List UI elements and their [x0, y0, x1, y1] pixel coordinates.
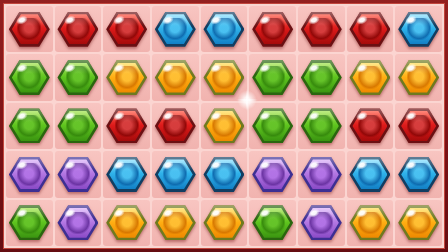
gem-sheen — [203, 108, 244, 143]
cell-r4c2[interactable] — [55, 151, 102, 197]
yellow-gem[interactable] — [203, 60, 244, 95]
gem-sheen — [398, 12, 439, 47]
yellow-gem[interactable] — [155, 205, 196, 240]
cell-r3c1[interactable] — [6, 103, 53, 149]
cell-r4c7[interactable] — [298, 151, 345, 197]
gem-sheen — [301, 60, 342, 95]
gem-hex-shape — [398, 108, 439, 143]
cell-r5c9[interactable] — [395, 200, 442, 246]
purple-gem[interactable] — [57, 157, 98, 192]
blue-gem[interactable] — [349, 157, 390, 192]
gem-hex-shape — [106, 12, 147, 47]
gem-hex-shape — [106, 205, 147, 240]
green-gem[interactable] — [9, 108, 50, 143]
gem-sheen — [155, 205, 196, 240]
cell-r3c9[interactable] — [395, 103, 442, 149]
gem-sheen — [252, 108, 293, 143]
purple-gem[interactable] — [301, 205, 342, 240]
cell-r2c1[interactable] — [6, 54, 53, 100]
cell-r5c6[interactable] — [249, 200, 296, 246]
cell-r4c1[interactable] — [6, 151, 53, 197]
cell-r1c4[interactable] — [152, 6, 199, 52]
red-gem[interactable] — [9, 12, 50, 47]
gem-sheen — [252, 12, 293, 47]
cell-r1c5[interactable] — [201, 6, 248, 52]
gem-sheen — [301, 108, 342, 143]
cell-r5c2[interactable] — [55, 200, 102, 246]
gem-hex-shape — [57, 157, 98, 192]
gem-sheen — [398, 60, 439, 95]
blue-gem[interactable] — [398, 12, 439, 47]
cell-r2c2[interactable] — [55, 54, 102, 100]
gem-hex-shape — [9, 205, 50, 240]
blue-gem[interactable] — [203, 12, 244, 47]
gem-sheen — [349, 108, 390, 143]
gem-hex-shape — [57, 205, 98, 240]
gem-sheen — [9, 157, 50, 192]
gem-hex-shape — [203, 108, 244, 143]
gem-sheen — [155, 108, 196, 143]
green-gem[interactable] — [252, 205, 293, 240]
gem-sheen — [203, 157, 244, 192]
gem-hex-shape — [349, 157, 390, 192]
cell-r3c7[interactable] — [298, 103, 345, 149]
gem-hex-shape — [398, 60, 439, 95]
gem-sheen — [398, 205, 439, 240]
gem-sheen — [349, 157, 390, 192]
purple-gem[interactable] — [301, 157, 342, 192]
gem-sheen — [57, 12, 98, 47]
yellow-gem[interactable] — [398, 205, 439, 240]
gem-hex-shape — [349, 12, 390, 47]
gem-sheen — [106, 157, 147, 192]
red-gem[interactable] — [155, 108, 196, 143]
gem-sheen — [9, 205, 50, 240]
green-gem[interactable] — [57, 108, 98, 143]
gem-hex-shape — [301, 12, 342, 47]
gem-sheen — [252, 157, 293, 192]
gem-hex-shape — [203, 12, 244, 47]
gem-hex-shape — [155, 108, 196, 143]
green-gem[interactable] — [9, 205, 50, 240]
gem-hex-shape — [9, 12, 50, 47]
cell-r5c4[interactable] — [152, 200, 199, 246]
gem-sheen — [9, 60, 50, 95]
gem-hex-shape — [106, 108, 147, 143]
gem-sheen — [106, 205, 147, 240]
cell-r3c3[interactable] — [103, 103, 150, 149]
yellow-gem[interactable] — [349, 60, 390, 95]
gem-sheen — [155, 60, 196, 95]
blue-gem[interactable] — [106, 157, 147, 192]
red-gem[interactable] — [106, 108, 147, 143]
yellow-gem[interactable] — [349, 205, 390, 240]
red-gem[interactable] — [398, 108, 439, 143]
cell-r1c2[interactable] — [55, 6, 102, 52]
cell-r1c3[interactable] — [103, 6, 150, 52]
cell-r2c5[interactable] — [201, 54, 248, 100]
cell-r1c1[interactable] — [6, 6, 53, 52]
cell-r5c8[interactable] — [347, 200, 394, 246]
purple-gem[interactable] — [9, 157, 50, 192]
gem-hex-shape — [398, 205, 439, 240]
blue-gem[interactable] — [203, 157, 244, 192]
gem-sheen — [301, 12, 342, 47]
green-gem[interactable] — [252, 60, 293, 95]
gem-sheen — [252, 60, 293, 95]
cell-r3c2[interactable] — [55, 103, 102, 149]
gem-hex-shape — [203, 157, 244, 192]
cell-r2c4[interactable] — [152, 54, 199, 100]
gem-hex-shape — [106, 60, 147, 95]
gem-sheen — [106, 108, 147, 143]
game-board — [5, 5, 443, 247]
gem-hex-shape — [349, 60, 390, 95]
red-gem[interactable] — [252, 12, 293, 47]
cell-r2c6[interactable] — [249, 54, 296, 100]
frame-inner-line — [4, 4, 444, 248]
gem-sheen — [398, 108, 439, 143]
gem-sheen — [252, 205, 293, 240]
green-gem[interactable] — [301, 108, 342, 143]
yellow-gem[interactable] — [203, 205, 244, 240]
cell-r3c4[interactable] — [152, 103, 199, 149]
gem-hex-shape — [155, 205, 196, 240]
yellow-gem[interactable] — [398, 60, 439, 95]
gem-hex-shape — [252, 157, 293, 192]
gem-hex-shape — [301, 60, 342, 95]
gem-hex-shape — [9, 60, 50, 95]
gem-hex-shape — [301, 205, 342, 240]
gem-hex-shape — [155, 157, 196, 192]
gem-hex-shape — [252, 205, 293, 240]
gem-sheen — [57, 205, 98, 240]
gem-sheen — [349, 205, 390, 240]
purple-gem[interactable] — [252, 157, 293, 192]
gem-hex-shape — [252, 108, 293, 143]
cell-r1c6[interactable] — [249, 6, 296, 52]
cell-r2c9[interactable] — [395, 54, 442, 100]
cell-r1c7[interactable] — [298, 6, 345, 52]
cell-r1c9[interactable] — [395, 6, 442, 52]
gem-sheen — [57, 108, 98, 143]
gem-hex-shape — [9, 108, 50, 143]
board-frame — [0, 0, 448, 252]
gem-sheen — [9, 12, 50, 47]
gem-hex-shape — [57, 60, 98, 95]
green-gem[interactable] — [57, 60, 98, 95]
gem-sheen — [203, 12, 244, 47]
blue-gem[interactable] — [155, 157, 196, 192]
red-gem[interactable] — [301, 12, 342, 47]
green-gem[interactable] — [9, 60, 50, 95]
frame-bevel-line — [3, 3, 445, 249]
gem-sheen — [349, 60, 390, 95]
gem-sheen — [349, 12, 390, 47]
gem-sheen — [203, 205, 244, 240]
cell-r2c7[interactable] — [298, 54, 345, 100]
cell-r4c6[interactable] — [249, 151, 296, 197]
gem-hex-shape — [398, 157, 439, 192]
gem-sheen — [203, 60, 244, 95]
gem-hex-shape — [252, 60, 293, 95]
gem-hex-shape — [349, 108, 390, 143]
red-gem[interactable] — [349, 12, 390, 47]
cell-r4c9[interactable] — [395, 151, 442, 197]
gem-hex-shape — [57, 12, 98, 47]
blue-gem[interactable] — [398, 157, 439, 192]
yellow-gem[interactable] — [203, 108, 244, 143]
gem-sheen — [155, 12, 196, 47]
red-gem[interactable] — [349, 108, 390, 143]
gem-hex-shape — [57, 108, 98, 143]
gem-hex-shape — [155, 60, 196, 95]
cell-r5c7[interactable] — [298, 200, 345, 246]
gem-hex-shape — [301, 108, 342, 143]
gem-hex-shape — [203, 205, 244, 240]
cell-r4c4[interactable] — [152, 151, 199, 197]
yellow-gem[interactable] — [106, 205, 147, 240]
cell-r5c3[interactable] — [103, 200, 150, 246]
gem-hex-shape — [398, 12, 439, 47]
cell-r5c1[interactable] — [6, 200, 53, 246]
cell-r1c8[interactable] — [347, 6, 394, 52]
blue-gem[interactable] — [155, 12, 196, 47]
gem-hex-shape — [203, 60, 244, 95]
gem-sheen — [301, 205, 342, 240]
cell-r4c3[interactable] — [103, 151, 150, 197]
gem-sheen — [57, 60, 98, 95]
yellow-gem[interactable] — [155, 60, 196, 95]
yellow-gem[interactable] — [106, 60, 147, 95]
cell-r2c8[interactable] — [347, 54, 394, 100]
gem-hex-shape — [155, 12, 196, 47]
cell-r3c6[interactable] — [249, 103, 296, 149]
cell-r2c3[interactable] — [103, 54, 150, 100]
gem-sheen — [106, 60, 147, 95]
gem-sheen — [398, 157, 439, 192]
gem-sheen — [9, 108, 50, 143]
gem-sheen — [155, 157, 196, 192]
cell-r3c5[interactable] — [201, 103, 248, 149]
green-gem[interactable] — [252, 108, 293, 143]
gem-hex-shape — [301, 157, 342, 192]
cell-r5c5[interactable] — [201, 200, 248, 246]
red-gem[interactable] — [106, 12, 147, 47]
red-gem[interactable] — [57, 12, 98, 47]
gem-sheen — [106, 12, 147, 47]
gem-sheen — [301, 157, 342, 192]
cell-r4c5[interactable] — [201, 151, 248, 197]
gem-hex-shape — [349, 205, 390, 240]
purple-gem[interactable] — [57, 205, 98, 240]
cell-r4c8[interactable] — [347, 151, 394, 197]
gem-hex-shape — [252, 12, 293, 47]
gem-hex-shape — [106, 157, 147, 192]
green-gem[interactable] — [301, 60, 342, 95]
gem-hex-shape — [9, 157, 50, 192]
gem-sheen — [57, 157, 98, 192]
cell-r3c8[interactable] — [347, 103, 394, 149]
